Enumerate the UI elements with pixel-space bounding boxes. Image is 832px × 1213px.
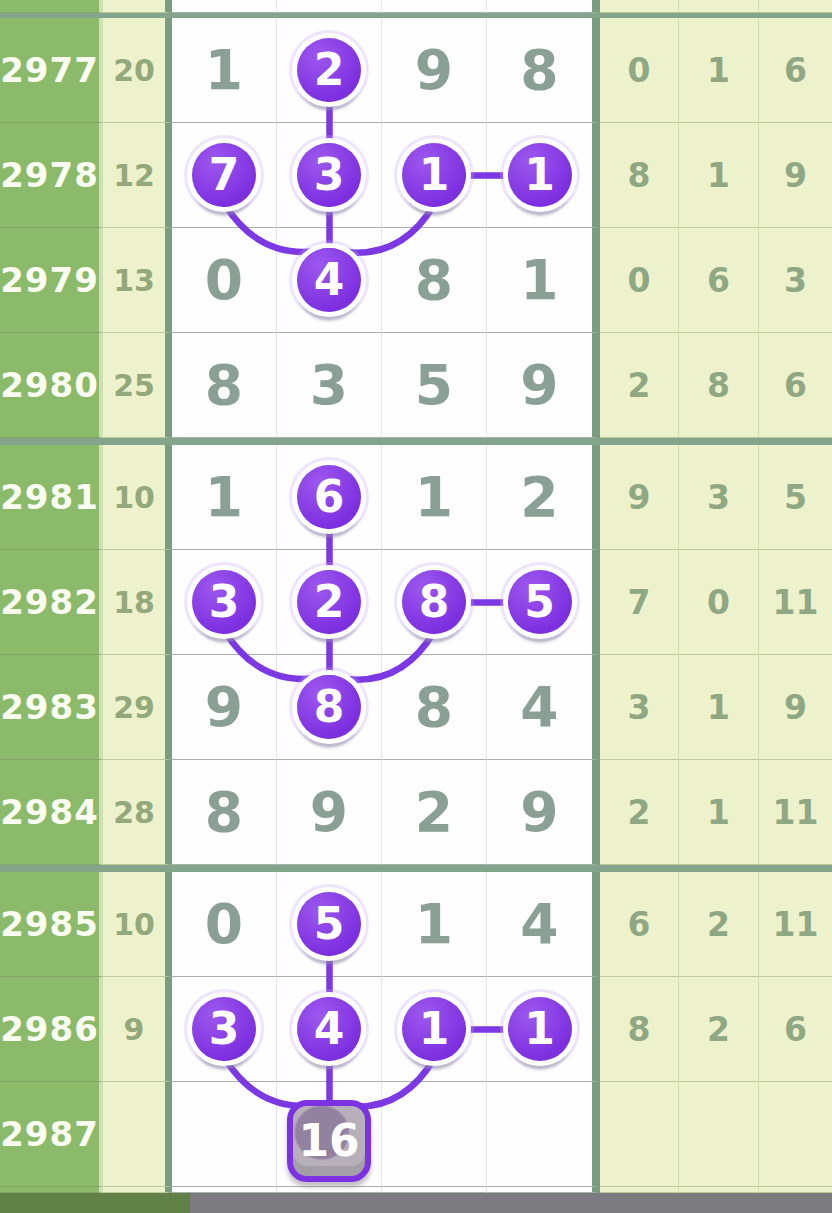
digit-cell: 8	[172, 333, 277, 438]
digit-cell: 1	[487, 977, 600, 1082]
table-row: 2984 28 8 9 2 9 2 1 11	[0, 760, 832, 865]
span-cell: 18	[103, 550, 172, 655]
digit-value: 8	[415, 680, 453, 735]
table-row: 2983 29 9 8 8 4 3 1 9	[0, 655, 832, 760]
digit-cell	[487, 1082, 600, 1187]
stat-value: 9	[628, 478, 651, 517]
stat-cell: 6	[679, 228, 759, 333]
digit-cell: 2	[487, 445, 600, 550]
span-value: 29	[113, 690, 155, 725]
period-cell: 2981	[0, 445, 103, 550]
circled-digit: 4	[297, 997, 361, 1061]
digit-cell: 1	[382, 445, 487, 550]
span-cell: 28	[103, 760, 172, 865]
digit-cell: 8	[277, 655, 382, 760]
digit-cell: 1	[382, 872, 487, 977]
stat-value: 7	[628, 583, 651, 622]
digit-cell: 9	[487, 333, 600, 438]
digit-cell: 1	[382, 123, 487, 228]
digit-cell: 1	[487, 228, 600, 333]
table-row: 2986 9 3 4 1 1 8 2 6	[0, 977, 832, 1082]
digit-cell	[172, 0, 277, 13]
circled-digit: 1	[402, 997, 466, 1061]
stat-value: 3	[784, 261, 807, 300]
stat-cell: 0	[600, 228, 679, 333]
circled-digit: 5	[297, 892, 361, 956]
stat-cell: 0	[679, 550, 759, 655]
stat-cell	[759, 1187, 832, 1193]
group-separator	[0, 438, 832, 445]
digit-cell: 5	[487, 550, 600, 655]
digit-cell: 2	[382, 760, 487, 865]
digit-cell: 1	[382, 977, 487, 1082]
stat-cell: 2	[679, 872, 759, 977]
stat-cell	[759, 1082, 832, 1187]
bottom-bar-left	[0, 1193, 190, 1213]
stat-value: 6	[784, 51, 807, 90]
digit-cell: 0	[172, 228, 277, 333]
circled-digit: 2	[297, 570, 361, 634]
stat-value: 1	[707, 156, 730, 195]
stat-cell: 3	[679, 445, 759, 550]
table-row: 2980 25 8 3 5 9 2 8 6	[0, 333, 832, 438]
digit-value: 9	[520, 358, 558, 413]
digit-cell: 3	[172, 550, 277, 655]
period-cell	[0, 1187, 103, 1193]
stat-cell: 11	[759, 550, 832, 655]
digit-cell: 8	[382, 655, 487, 760]
boxed-next-value: 16	[287, 1100, 371, 1182]
span-cell	[103, 0, 172, 13]
span-cell: 29	[103, 655, 172, 760]
stat-cell	[600, 1187, 679, 1193]
span-value: 12	[113, 158, 155, 193]
stat-cell: 7	[600, 550, 679, 655]
digit-value: 2	[415, 785, 453, 840]
stat-value: 2	[707, 905, 730, 944]
period-cell	[0, 0, 103, 13]
period-cell: 2982	[0, 550, 103, 655]
stat-cell: 3	[759, 228, 832, 333]
stat-value: 0	[628, 261, 651, 300]
stat-value: 1	[707, 51, 730, 90]
stat-cell: 11	[759, 872, 832, 977]
digit-cell: 0	[172, 872, 277, 977]
digit-cell: 2	[277, 550, 382, 655]
stat-value: 6	[784, 1010, 807, 1049]
group-separator	[0, 865, 832, 872]
table-row: 2977 20 1 2 9 8 0 1 6	[0, 18, 832, 123]
circled-digit: 7	[192, 143, 256, 207]
digit-cell	[382, 1187, 487, 1193]
digit-cell: 9	[172, 655, 277, 760]
period-cell: 2984	[0, 760, 103, 865]
stat-cell	[679, 1187, 759, 1193]
span-cell: 20	[103, 18, 172, 123]
stat-cell: 2	[600, 760, 679, 865]
stat-value: 11	[773, 793, 819, 832]
stat-value: 9	[784, 688, 807, 727]
circled-digit: 1	[508, 143, 572, 207]
span-value: 20	[113, 53, 155, 88]
digit-cell: 8	[172, 760, 277, 865]
digit-value: 4	[520, 680, 558, 735]
period-label: 2987	[0, 1114, 99, 1154]
period-label: 2978	[0, 155, 99, 195]
stat-value: 8	[707, 366, 730, 405]
period-label: 2979	[0, 260, 99, 300]
bottom-bar-gray	[190, 1193, 832, 1213]
stat-cell: 8	[679, 333, 759, 438]
stat-value: 0	[628, 51, 651, 90]
digit-value: 8	[520, 43, 558, 98]
stat-cell: 9	[759, 655, 832, 760]
digit-cell	[277, 0, 382, 13]
period-cell: 2977	[0, 18, 103, 123]
circled-digit: 1	[402, 143, 466, 207]
circled-digit: 6	[297, 465, 361, 529]
circled-digit: 3	[297, 143, 361, 207]
stat-cell: 9	[600, 445, 679, 550]
table-row: 2979 13 0 4 8 1 0 6 3	[0, 228, 832, 333]
stat-value: 3	[628, 688, 651, 727]
digit-cell	[172, 1187, 277, 1193]
digit-value: 9	[520, 785, 558, 840]
stat-value: 6	[707, 261, 730, 300]
digit-value: 9	[310, 785, 348, 840]
stat-cell: 11	[759, 760, 832, 865]
partial-top-row	[0, 0, 832, 13]
stat-value: 2	[628, 366, 651, 405]
digit-value: 9	[415, 43, 453, 98]
table-row: 2987 16	[0, 1082, 832, 1187]
digit-value: 8	[205, 785, 243, 840]
stat-value: 2	[628, 793, 651, 832]
digit-cell: 4	[277, 977, 382, 1082]
stat-cell: 6	[759, 333, 832, 438]
stat-cell: 9	[759, 123, 832, 228]
digit-cell: 8	[487, 18, 600, 123]
period-label: 2985	[0, 904, 99, 944]
digit-value: 2	[520, 470, 558, 525]
bottom-strip	[0, 1187, 832, 1193]
digit-cell: 9	[382, 18, 487, 123]
period-label: 2981	[0, 477, 99, 517]
digit-cell: 3	[277, 333, 382, 438]
stat-cell: 8	[600, 123, 679, 228]
span-cell	[103, 1082, 172, 1187]
digit-value: 8	[205, 358, 243, 413]
bottom-bar	[0, 1193, 832, 1213]
digit-cell: 4	[487, 872, 600, 977]
stat-cell: 0	[600, 18, 679, 123]
circled-digit: 8	[297, 675, 361, 739]
period-cell: 2987	[0, 1082, 103, 1187]
digit-cell	[487, 0, 600, 13]
stat-cell: 6	[759, 977, 832, 1082]
digit-value: 1	[205, 43, 243, 98]
digit-value: 3	[310, 358, 348, 413]
span-cell: 9	[103, 977, 172, 1082]
stat-cell	[600, 0, 679, 13]
stat-value: 1	[707, 688, 730, 727]
stat-cell	[679, 0, 759, 13]
span-value: 10	[113, 480, 155, 515]
period-label: 2980	[0, 365, 99, 405]
stat-value: 9	[784, 156, 807, 195]
digit-cell: 1	[172, 445, 277, 550]
span-cell	[103, 1187, 172, 1193]
digit-cell	[487, 1187, 600, 1193]
span-cell: 10	[103, 872, 172, 977]
stat-value: 8	[628, 156, 651, 195]
circled-digit: 8	[402, 570, 466, 634]
stat-cell: 6	[759, 18, 832, 123]
digit-cell: 6	[277, 445, 382, 550]
circled-digit: 4	[297, 248, 361, 312]
digit-cell: 7	[172, 123, 277, 228]
stat-value: 11	[773, 905, 819, 944]
digit-cell: 16	[277, 1082, 382, 1187]
stat-cell: 2	[679, 977, 759, 1082]
span-value: 10	[113, 907, 155, 942]
period-cell: 2978	[0, 123, 103, 228]
stat-cell: 2	[600, 333, 679, 438]
trend-rows: 2977 20 1 2 9 8 0 1 6 2978 12 7 3 1 1 8 …	[0, 18, 832, 1187]
period-label: 2986	[0, 1009, 99, 1049]
stat-value: 6	[628, 905, 651, 944]
span-cell: 10	[103, 445, 172, 550]
stat-cell: 6	[600, 872, 679, 977]
stat-cell	[759, 0, 832, 13]
span-value: 9	[124, 1012, 145, 1047]
stat-cell: 1	[679, 760, 759, 865]
digit-cell	[382, 0, 487, 13]
digit-cell: 2	[277, 18, 382, 123]
period-cell: 2983	[0, 655, 103, 760]
stat-cell: 1	[679, 123, 759, 228]
circled-digit: 2	[297, 38, 361, 102]
span-cell: 12	[103, 123, 172, 228]
table-row: 2982 18 3 2 8 5 7 0 11	[0, 550, 832, 655]
stat-value: 2	[707, 1010, 730, 1049]
period-label: 2984	[0, 792, 99, 832]
digit-cell	[382, 1082, 487, 1187]
stat-cell: 8	[600, 977, 679, 1082]
circled-digit: 3	[192, 570, 256, 634]
circled-digit: 1	[508, 997, 572, 1061]
period-label: 2982	[0, 582, 99, 622]
digit-value: 5	[415, 358, 453, 413]
stat-value: 3	[707, 478, 730, 517]
period-label: 2977	[0, 50, 99, 90]
digit-cell: 4	[277, 228, 382, 333]
stat-cell	[679, 1082, 759, 1187]
period-cell: 2980	[0, 333, 103, 438]
digit-value: 1	[415, 470, 453, 525]
stat-value: 6	[784, 366, 807, 405]
lottery-trend-chart: 2977 20 1 2 9 8 0 1 6 2978 12 7 3 1 1 8 …	[0, 0, 832, 1213]
digit-value: 1	[415, 897, 453, 952]
digit-value: 1	[205, 470, 243, 525]
digit-value: 1	[520, 253, 558, 308]
digit-cell: 3	[172, 977, 277, 1082]
digit-cell: 9	[277, 760, 382, 865]
digit-value: 8	[415, 253, 453, 308]
digit-cell: 5	[382, 333, 487, 438]
span-value: 13	[113, 263, 155, 298]
digit-value: 4	[520, 897, 558, 952]
span-cell: 25	[103, 333, 172, 438]
digit-cell	[172, 1082, 277, 1187]
digit-cell: 8	[382, 228, 487, 333]
digit-cell: 1	[487, 123, 600, 228]
digit-cell: 1	[172, 18, 277, 123]
stat-value: 0	[707, 583, 730, 622]
digit-cell: 5	[277, 872, 382, 977]
circled-digit: 3	[192, 997, 256, 1061]
stat-cell	[600, 1082, 679, 1187]
stat-value: 1	[707, 793, 730, 832]
stat-cell: 1	[679, 18, 759, 123]
digit-cell: 9	[487, 760, 600, 865]
digit-cell: 8	[382, 550, 487, 655]
stat-cell: 1	[679, 655, 759, 760]
span-value: 28	[113, 795, 155, 830]
period-cell: 2985	[0, 872, 103, 977]
stat-value: 5	[784, 478, 807, 517]
circled-digit: 5	[508, 570, 572, 634]
period-cell: 2979	[0, 228, 103, 333]
digit-cell	[277, 1187, 382, 1193]
span-cell: 13	[103, 228, 172, 333]
digit-cell: 4	[487, 655, 600, 760]
digit-cell: 3	[277, 123, 382, 228]
period-label: 2983	[0, 687, 99, 727]
digit-value: 0	[205, 253, 243, 308]
stat-cell: 5	[759, 445, 832, 550]
digit-value: 0	[205, 897, 243, 952]
table-row: 2978 12 7 3 1 1 8 1 9	[0, 123, 832, 228]
table-row: 2981 10 1 6 1 2 9 3 5	[0, 445, 832, 550]
digit-value: 9	[205, 680, 243, 735]
stat-value: 11	[773, 583, 819, 622]
stat-cell: 3	[600, 655, 679, 760]
span-value: 18	[113, 585, 155, 620]
span-value: 25	[113, 368, 155, 403]
stat-value: 8	[628, 1010, 651, 1049]
table-row: 2985 10 0 5 1 4 6 2 11	[0, 872, 832, 977]
period-cell: 2986	[0, 977, 103, 1082]
